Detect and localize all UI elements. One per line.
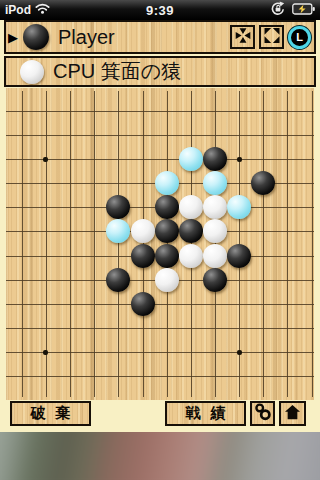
highlighted-white-stone [203, 171, 227, 195]
grid-line [263, 91, 264, 397]
black-stone [155, 195, 179, 219]
cpu-row: CPU 箕面の猿 [4, 56, 316, 87]
level-badge-label: L [296, 31, 303, 43]
grid-line [6, 376, 314, 377]
grid-line [6, 111, 314, 112]
cpu-stone-white [20, 60, 44, 84]
carrier-label: iPod [5, 3, 31, 17]
grid-line [6, 159, 314, 160]
white-stone [203, 244, 227, 268]
black-stone [106, 268, 130, 292]
black-stone [106, 195, 130, 219]
results-button-label: 戦績 [176, 404, 236, 423]
black-stone [131, 292, 155, 316]
discard-button-label: 破棄 [21, 404, 81, 423]
highlighted-white-stone [227, 195, 251, 219]
shrink-board-button[interactable] [230, 25, 255, 49]
grid-line [287, 91, 288, 397]
settings-button[interactable] [250, 401, 275, 426]
grid-line [312, 91, 313, 397]
black-stone [155, 219, 179, 243]
turn-indicator-icon: ▶ [8, 31, 18, 44]
ad-banner-image [0, 432, 320, 480]
home-icon [283, 403, 302, 425]
arrows-inward-icon [233, 26, 253, 48]
white-stone [203, 195, 227, 219]
highlighted-white-stone [179, 147, 203, 171]
black-stone [227, 244, 251, 268]
grid-line [6, 352, 314, 353]
wifi-icon [35, 3, 50, 17]
results-button[interactable]: 戦績 [165, 401, 246, 426]
rotation-lock-icon [270, 1, 286, 19]
black-stone [155, 244, 179, 268]
grid-line [94, 91, 95, 397]
status-bar: iPod 9:39 [0, 0, 320, 20]
player-name-label: Player [58, 26, 115, 49]
grid-line [70, 91, 71, 397]
expand-board-button[interactable] [259, 25, 284, 49]
black-stone [203, 268, 227, 292]
cpu-name-label: CPU 箕面の猿 [53, 58, 181, 85]
grid-line [118, 91, 119, 397]
app-screen: iPod 9:39 [0, 0, 320, 480]
black-stone [131, 244, 155, 268]
player-stone-black [23, 24, 49, 50]
white-stone [179, 195, 203, 219]
game-board[interactable] [6, 88, 314, 400]
star-point [43, 157, 48, 162]
white-stone [203, 219, 227, 243]
white-stone [179, 244, 203, 268]
star-point [237, 350, 242, 355]
highlighted-white-stone [106, 219, 130, 243]
grid-line [6, 135, 314, 136]
ad-banner[interactable] [0, 432, 320, 480]
battery-charging-icon [292, 3, 315, 18]
discard-button[interactable]: 破棄 [10, 401, 91, 426]
grid-line [6, 304, 314, 305]
black-stone [179, 219, 203, 243]
level-badge[interactable]: L [288, 26, 311, 49]
player-row: ▶ Player [4, 20, 316, 54]
grid-line [6, 328, 314, 329]
arrows-outward-icon [262, 26, 282, 48]
star-point [43, 350, 48, 355]
home-button[interactable] [279, 401, 306, 426]
black-stone [203, 147, 227, 171]
star-point [237, 157, 242, 162]
black-stone [251, 171, 275, 195]
gears-icon [253, 402, 272, 425]
white-stone [131, 219, 155, 243]
grid-line [22, 91, 23, 397]
white-stone [155, 268, 179, 292]
highlighted-white-stone [155, 171, 179, 195]
